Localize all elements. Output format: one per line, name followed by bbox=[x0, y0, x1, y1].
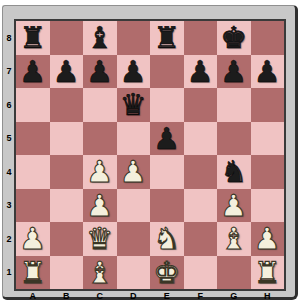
square-d4[interactable]: ♟ bbox=[117, 155, 151, 189]
square-b5[interactable] bbox=[50, 122, 84, 156]
square-b6[interactable] bbox=[50, 88, 84, 122]
square-e1[interactable]: ♚ bbox=[150, 256, 184, 290]
square-d3[interactable] bbox=[117, 189, 151, 223]
square-f3[interactable] bbox=[184, 189, 218, 223]
square-a5[interactable] bbox=[16, 122, 50, 156]
rank-label-2: 2 bbox=[4, 222, 14, 256]
square-e7[interactable] bbox=[150, 55, 184, 89]
square-a2[interactable]: ♟ bbox=[16, 222, 50, 256]
square-d8[interactable] bbox=[117, 21, 151, 55]
square-c5[interactable] bbox=[83, 122, 117, 156]
square-b4[interactable] bbox=[50, 155, 84, 189]
piece-white-queen: ♛ bbox=[86, 222, 113, 255]
square-h1[interactable]: ♜ bbox=[251, 256, 285, 290]
square-e6[interactable] bbox=[150, 88, 184, 122]
square-h7[interactable]: ♟ bbox=[251, 55, 285, 89]
file-label-c: C bbox=[83, 289, 117, 303]
piece-black-pawn: ♟ bbox=[120, 55, 147, 88]
piece-black-knight: ♞ bbox=[220, 155, 247, 188]
square-a3[interactable] bbox=[16, 189, 50, 223]
square-a4[interactable] bbox=[16, 155, 50, 189]
square-e4[interactable] bbox=[150, 155, 184, 189]
square-c7[interactable]: ♟ bbox=[83, 55, 117, 89]
square-a6[interactable] bbox=[16, 88, 50, 122]
square-b3[interactable] bbox=[50, 189, 84, 223]
piece-black-rook: ♜ bbox=[153, 21, 180, 54]
file-label-b: B bbox=[50, 289, 84, 303]
piece-white-knight: ♞ bbox=[153, 222, 180, 255]
square-c4[interactable]: ♟ bbox=[83, 155, 117, 189]
square-f8[interactable] bbox=[184, 21, 218, 55]
square-g2[interactable]: ♝ bbox=[217, 222, 251, 256]
square-a7[interactable]: ♟ bbox=[16, 55, 50, 89]
file-label-e: E bbox=[150, 289, 184, 303]
square-b2[interactable] bbox=[50, 222, 84, 256]
square-c6[interactable] bbox=[83, 88, 117, 122]
square-h6[interactable] bbox=[251, 88, 285, 122]
square-f6[interactable] bbox=[184, 88, 218, 122]
square-f4[interactable] bbox=[184, 155, 218, 189]
square-e5[interactable]: ♟ bbox=[150, 122, 184, 156]
piece-white-bishop: ♝ bbox=[86, 256, 113, 289]
square-d5[interactable] bbox=[117, 122, 151, 156]
square-e8[interactable]: ♜ bbox=[150, 21, 184, 55]
square-g6[interactable] bbox=[217, 88, 251, 122]
square-g3[interactable]: ♟ bbox=[217, 189, 251, 223]
piece-black-pawn: ♟ bbox=[254, 55, 281, 88]
file-labels: ABCDEFGH bbox=[16, 289, 284, 303]
square-d2[interactable] bbox=[117, 222, 151, 256]
piece-white-pawn: ♟ bbox=[120, 155, 147, 188]
square-c2[interactable]: ♛ bbox=[83, 222, 117, 256]
piece-white-pawn: ♟ bbox=[254, 222, 281, 255]
square-f7[interactable]: ♟ bbox=[184, 55, 218, 89]
file-label-h: H bbox=[251, 289, 285, 303]
square-h2[interactable]: ♟ bbox=[251, 222, 285, 256]
square-e2[interactable]: ♞ bbox=[150, 222, 184, 256]
piece-white-rook: ♜ bbox=[19, 256, 46, 289]
square-b7[interactable]: ♟ bbox=[50, 55, 84, 89]
rank-label-8: 8 bbox=[4, 21, 14, 55]
square-h5[interactable] bbox=[251, 122, 285, 156]
square-g7[interactable]: ♟ bbox=[217, 55, 251, 89]
piece-black-queen: ♛ bbox=[120, 88, 147, 121]
piece-white-rook: ♜ bbox=[254, 256, 281, 289]
file-label-f: F bbox=[184, 289, 218, 303]
square-f2[interactable] bbox=[184, 222, 218, 256]
square-h3[interactable] bbox=[251, 189, 285, 223]
board-frame: 87654321 ♜♝♜♚♟♟♟♟♟♟♟♛♟♟♟♞♟♟♟♛♞♝♟♜♝♚♜ ABC… bbox=[2, 5, 298, 300]
square-g5[interactable] bbox=[217, 122, 251, 156]
piece-black-pawn: ♟ bbox=[220, 55, 247, 88]
rank-label-3: 3 bbox=[4, 189, 14, 223]
square-g8[interactable]: ♚ bbox=[217, 21, 251, 55]
square-f5[interactable] bbox=[184, 122, 218, 156]
square-c8[interactable]: ♝ bbox=[83, 21, 117, 55]
rank-label-7: 7 bbox=[4, 55, 14, 89]
square-f1[interactable] bbox=[184, 256, 218, 290]
piece-black-pawn: ♟ bbox=[19, 55, 46, 88]
piece-black-pawn: ♟ bbox=[53, 55, 80, 88]
square-d1[interactable] bbox=[117, 256, 151, 290]
square-d7[interactable]: ♟ bbox=[117, 55, 151, 89]
chess-diagram-page: 87654321 ♜♝♜♚♟♟♟♟♟♟♟♛♟♟♟♞♟♟♟♛♞♝♟♜♝♚♜ ABC… bbox=[0, 0, 304, 304]
square-h8[interactable] bbox=[251, 21, 285, 55]
piece-black-pawn: ♟ bbox=[86, 55, 113, 88]
square-g4[interactable]: ♞ bbox=[217, 155, 251, 189]
piece-white-bishop: ♝ bbox=[220, 222, 247, 255]
rank-label-6: 6 bbox=[4, 88, 14, 122]
piece-white-king: ♚ bbox=[153, 256, 180, 289]
piece-black-bishop: ♝ bbox=[86, 21, 113, 54]
file-label-g: G bbox=[217, 289, 251, 303]
square-c1[interactable]: ♝ bbox=[83, 256, 117, 290]
square-c3[interactable]: ♟ bbox=[83, 189, 117, 223]
piece-white-pawn: ♟ bbox=[86, 155, 113, 188]
file-label-a: A bbox=[16, 289, 50, 303]
square-a1[interactable]: ♜ bbox=[16, 256, 50, 290]
piece-white-pawn: ♟ bbox=[86, 189, 113, 222]
rank-label-1: 1 bbox=[4, 256, 14, 290]
rank-labels: 87654321 bbox=[4, 21, 14, 289]
piece-black-rook: ♜ bbox=[19, 21, 46, 54]
square-a8[interactable]: ♜ bbox=[16, 21, 50, 55]
piece-black-pawn: ♟ bbox=[187, 55, 214, 88]
chess-board: ♜♝♜♚♟♟♟♟♟♟♟♛♟♟♟♞♟♟♟♛♞♝♟♜♝♚♜ bbox=[14, 19, 286, 291]
piece-black-pawn: ♟ bbox=[153, 122, 180, 155]
piece-white-pawn: ♟ bbox=[220, 189, 247, 222]
file-label-d: D bbox=[117, 289, 151, 303]
square-h4[interactable] bbox=[251, 155, 285, 189]
rank-label-5: 5 bbox=[4, 122, 14, 156]
rank-label-4: 4 bbox=[4, 155, 14, 189]
square-e3[interactable] bbox=[150, 189, 184, 223]
square-g1[interactable] bbox=[217, 256, 251, 290]
square-d6[interactable]: ♛ bbox=[117, 88, 151, 122]
square-b8[interactable] bbox=[50, 21, 84, 55]
piece-white-pawn: ♟ bbox=[19, 222, 46, 255]
piece-black-king: ♚ bbox=[220, 21, 247, 54]
square-b1[interactable] bbox=[50, 256, 84, 290]
